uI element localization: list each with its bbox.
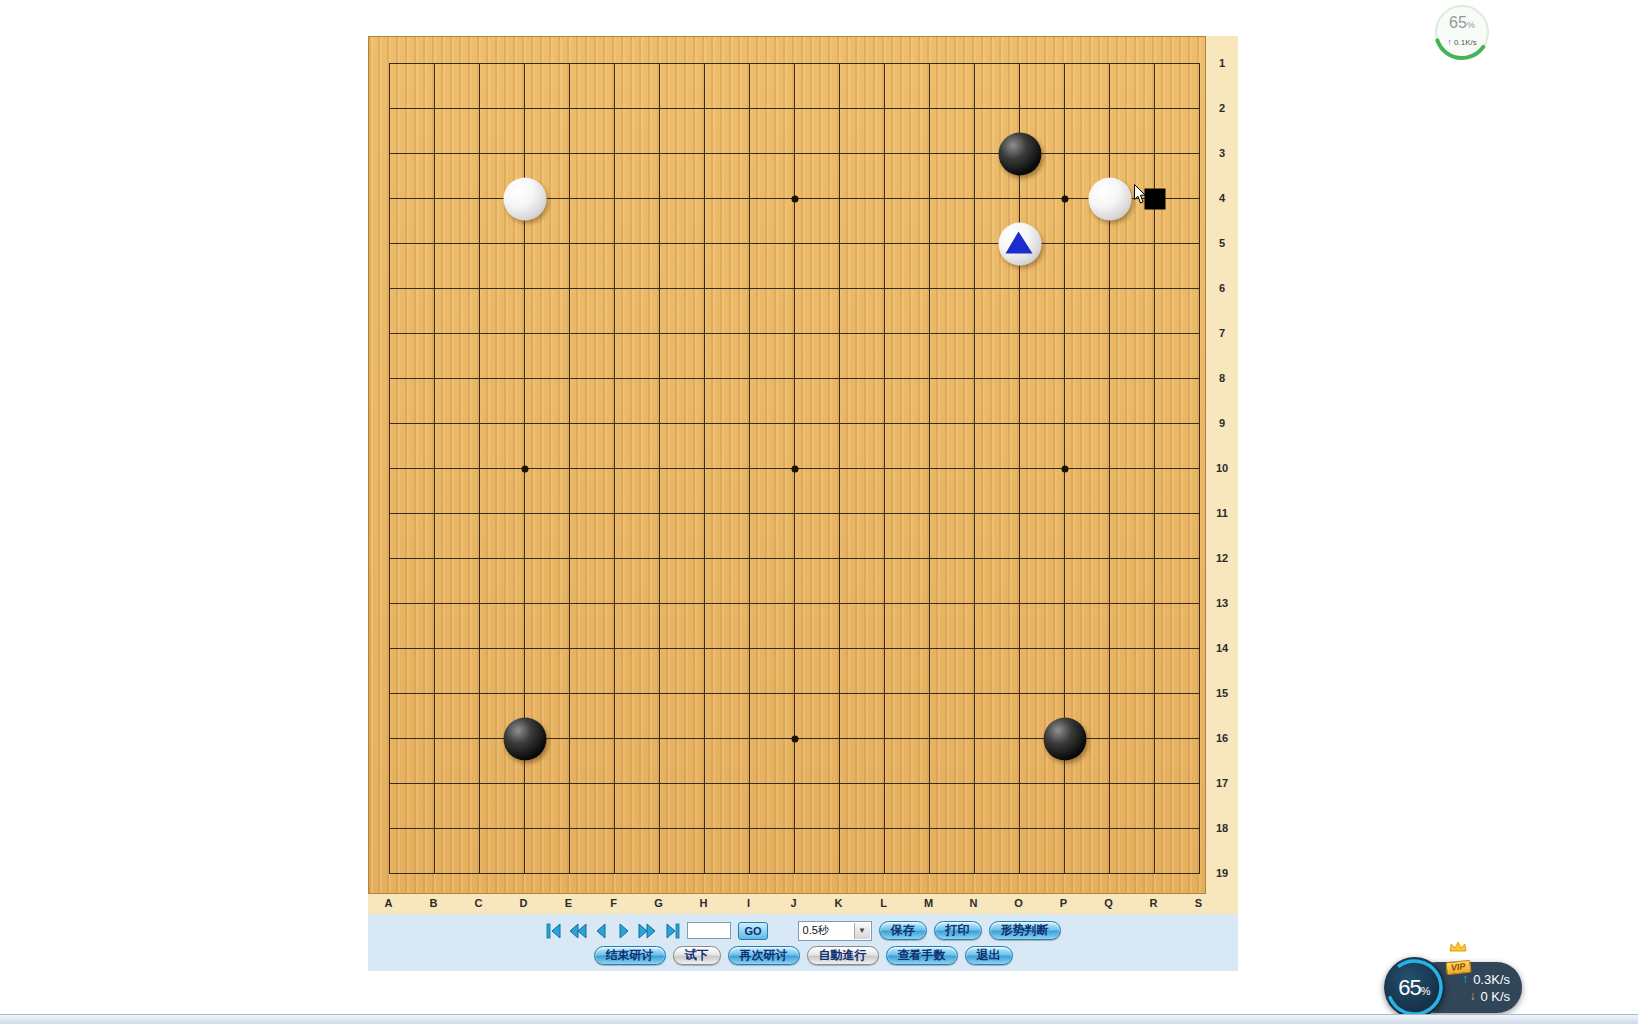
go-button[interactable]: GO bbox=[738, 922, 767, 940]
col-label-J: J bbox=[790, 897, 796, 909]
col-label-K: K bbox=[835, 897, 843, 909]
save-button[interactable]: 保存 bbox=[879, 921, 927, 940]
fast-forward-button[interactable] bbox=[637, 923, 657, 939]
toolbar-row-2: 结束研讨试下再次研讨自動進行查看手数退出 bbox=[594, 946, 1013, 965]
down-arrow-icon: ↓ bbox=[1469, 989, 1475, 1003]
speedup-ball[interactable]: 65% bbox=[1384, 957, 1445, 1018]
mouse-cursor-icon bbox=[1133, 183, 1147, 204]
end-review-button[interactable]: 结束研讨 bbox=[594, 946, 666, 965]
col-label-N: N bbox=[970, 897, 978, 909]
row-label-11: 11 bbox=[1216, 507, 1228, 519]
try-move-button[interactable]: 试下 bbox=[673, 946, 721, 965]
download-speed-row: ↓ 0 K/s bbox=[1464, 989, 1522, 1004]
row-label-16: 16 bbox=[1216, 732, 1228, 744]
star-point bbox=[791, 735, 798, 742]
star-point bbox=[1061, 465, 1068, 472]
row-label-6: 6 bbox=[1219, 282, 1225, 294]
col-label-F: F bbox=[610, 897, 617, 909]
row-label-3: 3 bbox=[1219, 147, 1225, 159]
cpu-percent: 65% bbox=[1433, 14, 1491, 32]
upload-speed: ↑ 0.1K/s bbox=[1433, 37, 1491, 47]
go-board[interactable] bbox=[368, 36, 1206, 894]
last-move-button[interactable] bbox=[660, 923, 680, 939]
position-judgment-button[interactable]: 形势判断 bbox=[989, 921, 1061, 940]
stone-D4[interactable] bbox=[503, 177, 546, 220]
row-label-7: 7 bbox=[1219, 327, 1225, 339]
row-label-5: 5 bbox=[1219, 237, 1225, 249]
stone-D16[interactable] bbox=[503, 717, 546, 760]
col-label-D: D bbox=[520, 897, 528, 909]
row-label-15: 15 bbox=[1216, 687, 1228, 699]
taskbar-edge bbox=[0, 1014, 1638, 1024]
row-label-4: 4 bbox=[1219, 192, 1225, 204]
first-move-button[interactable] bbox=[545, 923, 565, 939]
col-label-O: O bbox=[1014, 897, 1023, 909]
stone-O3[interactable] bbox=[998, 132, 1041, 175]
col-label-G: G bbox=[654, 897, 663, 909]
col-label-Q: Q bbox=[1104, 897, 1113, 909]
upload-speed-value: 0.3K/s bbox=[1473, 972, 1510, 987]
step-forward-button[interactable] bbox=[614, 923, 634, 939]
exit-button[interactable]: 退出 bbox=[965, 946, 1013, 965]
row-coordinates: 12345678910111213141516171819 bbox=[1206, 36, 1238, 914]
cyan-progress-ring-icon bbox=[1384, 957, 1445, 1018]
step-backward-button[interactable] bbox=[591, 923, 611, 939]
page: 12345678910111213141516171819 ABCDEFGHIJ… bbox=[0, 0, 1638, 1024]
stone-O5[interactable] bbox=[998, 222, 1041, 265]
row-label-10: 10 bbox=[1216, 462, 1228, 474]
green-progress-ring-icon bbox=[1433, 3, 1491, 61]
row-label-14: 14 bbox=[1216, 642, 1228, 654]
row-label-8: 8 bbox=[1219, 372, 1225, 384]
network-speed-badge[interactable]: 65% ↑ 0.1K/s bbox=[1433, 3, 1491, 61]
row-label-9: 9 bbox=[1219, 417, 1225, 429]
col-label-R: R bbox=[1150, 897, 1158, 909]
row-label-2: 2 bbox=[1219, 102, 1225, 114]
blue-triangle-marker bbox=[998, 222, 1041, 265]
up-arrow-icon: ↑ bbox=[1447, 37, 1452, 47]
col-label-C: C bbox=[475, 897, 483, 909]
action-buttons-row1: 保存打印形势判断 bbox=[879, 921, 1061, 940]
star-point bbox=[1061, 195, 1068, 202]
stone-Q4[interactable] bbox=[1088, 177, 1131, 220]
col-label-I: I bbox=[747, 897, 750, 909]
fast-backward-button[interactable] bbox=[568, 923, 588, 939]
print-button[interactable]: 打印 bbox=[934, 921, 982, 940]
col-label-E: E bbox=[565, 897, 572, 909]
toolbar: GO 0.5秒 ▼ 保存打印形势判断 结束研讨试下再次研讨自動進行查看手数退出 bbox=[368, 914, 1238, 971]
delay-select-value: 0.5秒 bbox=[803, 923, 829, 938]
row-label-12: 12 bbox=[1216, 552, 1228, 564]
vip-badge[interactable]: VIP bbox=[1441, 938, 1475, 974]
crown-icon bbox=[1449, 941, 1467, 952]
auto-play-button[interactable]: 自動進行 bbox=[807, 946, 879, 965]
up-arrow-icon: ↑ bbox=[1462, 972, 1468, 986]
row-label-18: 18 bbox=[1216, 822, 1228, 834]
chevron-down-icon[interactable]: ▼ bbox=[854, 923, 870, 939]
row-label-1: 1 bbox=[1219, 57, 1225, 69]
star-point bbox=[521, 465, 528, 472]
star-point bbox=[791, 465, 798, 472]
row-label-13: 13 bbox=[1216, 597, 1228, 609]
col-label-A: A bbox=[385, 897, 393, 909]
stone-P16[interactable] bbox=[1043, 717, 1086, 760]
column-coordinates: ABCDEFGHIJKLMNOPQRS bbox=[368, 894, 1238, 914]
col-label-L: L bbox=[880, 897, 887, 909]
star-point bbox=[791, 195, 798, 202]
download-speed-value: 0 K/s bbox=[1480, 989, 1510, 1004]
col-label-S: S bbox=[1195, 897, 1202, 909]
delay-select[interactable]: 0.5秒 ▼ bbox=[798, 921, 872, 941]
toolbar-row-1: GO 0.5秒 ▼ 保存打印形势判断 bbox=[545, 921, 1060, 941]
row-label-19: 19 bbox=[1216, 867, 1228, 879]
move-navigation bbox=[545, 923, 680, 939]
col-label-B: B bbox=[430, 897, 438, 909]
view-move-count-button[interactable]: 查看手数 bbox=[886, 946, 958, 965]
col-label-P: P bbox=[1060, 897, 1067, 909]
placement-preview-R4[interactable] bbox=[1144, 188, 1165, 209]
row-label-17: 17 bbox=[1216, 777, 1228, 789]
review-again-button[interactable]: 再次研讨 bbox=[728, 946, 800, 965]
col-label-H: H bbox=[700, 897, 708, 909]
move-number-input[interactable] bbox=[687, 922, 731, 939]
col-label-M: M bbox=[924, 897, 933, 909]
vip-label: VIP bbox=[1445, 960, 1471, 975]
